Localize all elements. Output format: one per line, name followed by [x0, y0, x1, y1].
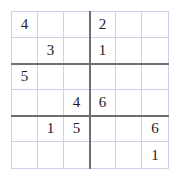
cell-r3c3[interactable]: [64, 64, 90, 90]
cell-r2c3[interactable]: [64, 38, 90, 64]
cell-r6c5[interactable]: [116, 142, 142, 168]
cell-r2c6[interactable]: [142, 38, 168, 64]
cell-r5c6[interactable]: 6: [142, 116, 168, 142]
cell-r1c6[interactable]: [142, 12, 168, 38]
cell-r5c4[interactable]: [90, 116, 116, 142]
cell-r3c1[interactable]: 5: [12, 64, 38, 90]
cell-r4c3[interactable]: 4: [64, 90, 90, 116]
cell-r4c5[interactable]: [116, 90, 142, 116]
cell-r1c3[interactable]: [64, 12, 90, 38]
cell-r5c2[interactable]: 1: [38, 116, 64, 142]
cell-r3c4[interactable]: [90, 64, 116, 90]
cell-r5c5[interactable]: [116, 116, 142, 142]
cell-r6c6[interactable]: 1: [142, 142, 168, 168]
cell-r2c4[interactable]: 1: [90, 38, 116, 64]
cell-r6c3[interactable]: [64, 142, 90, 168]
cell-r3c6[interactable]: [142, 64, 168, 90]
sudoku-board: 42315461561: [11, 11, 169, 169]
cell-r4c1[interactable]: [12, 90, 38, 116]
cell-r5c1[interactable]: [12, 116, 38, 142]
cell-r6c1[interactable]: [12, 142, 38, 168]
cell-r3c2[interactable]: [38, 64, 64, 90]
cell-r4c6[interactable]: [142, 90, 168, 116]
cell-r2c5[interactable]: [116, 38, 142, 64]
cell-r3c5[interactable]: [116, 64, 142, 90]
cell-r5c3[interactable]: 5: [64, 116, 90, 142]
cell-r1c4[interactable]: 2: [90, 12, 116, 38]
cell-r1c5[interactable]: [116, 12, 142, 38]
cell-r1c2[interactable]: [38, 12, 64, 38]
cell-r4c2[interactable]: [38, 90, 64, 116]
cell-r6c2[interactable]: [38, 142, 64, 168]
sudoku-page: 42315461561: [0, 0, 180, 180]
cell-r4c4[interactable]: 6: [90, 90, 116, 116]
cell-r1c1[interactable]: 4: [12, 12, 38, 38]
cell-r2c2[interactable]: 3: [38, 38, 64, 64]
cell-r6c4[interactable]: [90, 142, 116, 168]
cell-r2c1[interactable]: [12, 38, 38, 64]
